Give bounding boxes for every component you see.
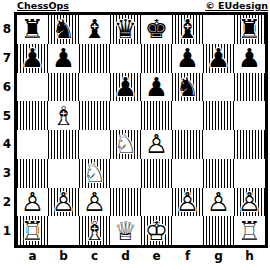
piece-white-pawn-fill: ♟: [172, 188, 203, 217]
square-d7[interactable]: [110, 44, 141, 73]
piece-black-rook: ♜: [234, 15, 265, 44]
piece-white-pawn-fill: ♟: [234, 188, 265, 217]
piece-black-pawn: ♟: [110, 73, 141, 102]
square-f3[interactable]: [172, 159, 203, 188]
piece-white-pawn-fill: ♟: [17, 188, 48, 217]
square-b8[interactable]: ♞: [48, 15, 79, 44]
square-g3[interactable]: [203, 159, 234, 188]
piece-black-pawn: ♟: [141, 73, 172, 102]
square-b5[interactable]: ♝♗: [48, 101, 79, 130]
square-f2[interactable]: ♟♙: [172, 188, 203, 217]
square-g6[interactable]: [203, 73, 234, 102]
rank-label-6: 6: [0, 73, 14, 102]
square-a1[interactable]: ♜♖: [17, 216, 48, 245]
square-e4[interactable]: ♟♙: [141, 130, 172, 159]
file-label-a: a: [17, 249, 48, 263]
credit-link[interactable]: © EUdesign: [205, 0, 268, 11]
square-h1[interactable]: ♜♖: [234, 216, 265, 245]
piece-white-knight-fill: ♞: [110, 130, 141, 159]
square-h4[interactable]: [234, 130, 265, 159]
piece-white-pawn: ♙: [17, 188, 48, 217]
square-c3[interactable]: ♞♘: [79, 159, 110, 188]
square-f4[interactable]: [172, 130, 203, 159]
piece-black-rook: ♜: [17, 15, 48, 44]
square-h7[interactable]: ♟: [234, 44, 265, 73]
square-g5[interactable]: [203, 101, 234, 130]
piece-black-pawn: ♟: [172, 44, 203, 73]
square-d6[interactable]: ♟: [110, 73, 141, 102]
square-a2[interactable]: ♟♙: [17, 188, 48, 217]
square-h3[interactable]: [234, 159, 265, 188]
square-c8[interactable]: ♝: [79, 15, 110, 44]
square-e5[interactable]: [141, 101, 172, 130]
square-d8[interactable]: ♛: [110, 15, 141, 44]
piece-white-queen: ♕: [110, 216, 141, 245]
piece-black-pawn: ♟: [48, 44, 79, 73]
square-e8[interactable]: ♚: [141, 15, 172, 44]
piece-white-knight-fill: ♞: [79, 159, 110, 188]
piece-white-king: ♔: [141, 216, 172, 245]
piece-white-bishop: ♗: [79, 216, 110, 245]
piece-white-pawn-fill: ♟: [203, 188, 234, 217]
piece-black-king: ♚: [141, 15, 172, 44]
square-d2[interactable]: [110, 188, 141, 217]
square-h5[interactable]: [234, 101, 265, 130]
piece-black-bishop: ♝: [79, 15, 110, 44]
piece-black-pawn: ♟: [203, 44, 234, 73]
piece-white-knight: ♘: [110, 130, 141, 159]
square-d5[interactable]: [110, 101, 141, 130]
piece-white-king-fill: ♚: [141, 216, 172, 245]
rank-label-2: 2: [0, 188, 14, 217]
piece-white-pawn: ♙: [234, 188, 265, 217]
square-a3[interactable]: [17, 159, 48, 188]
chess-board: ♜♞♝♛♚♝♜♟♟♟♟♟♟♟♞♝♗♞♘♟♙♞♘♟♙♟♙♟♙♟♙♟♙♟♙♜♖♝♗♛…: [14, 12, 268, 248]
piece-white-pawn: ♙: [48, 188, 79, 217]
piece-white-pawn: ♙: [141, 130, 172, 159]
square-b3[interactable]: [48, 159, 79, 188]
square-e7[interactable]: [141, 44, 172, 73]
square-c7[interactable]: [79, 44, 110, 73]
square-e6[interactable]: ♟: [141, 73, 172, 102]
file-label-d: d: [110, 249, 141, 263]
piece-white-rook-fill: ♜: [17, 216, 48, 245]
file-label-f: f: [172, 249, 203, 263]
piece-white-pawn-fill: ♟: [79, 188, 110, 217]
file-labels: a b c d e f g h: [17, 249, 265, 263]
piece-white-pawn: ♙: [203, 188, 234, 217]
rank-label-8: 8: [0, 15, 14, 44]
square-e3[interactable]: [141, 159, 172, 188]
square-h2[interactable]: ♟♙: [234, 188, 265, 217]
square-a4[interactable]: [17, 130, 48, 159]
rank-label-3: 3: [0, 159, 14, 188]
square-b7[interactable]: ♟: [48, 44, 79, 73]
piece-white-rook: ♖: [17, 216, 48, 245]
file-label-b: b: [48, 249, 79, 263]
piece-black-queen: ♛: [110, 15, 141, 44]
piece-black-knight: ♞: [172, 73, 203, 102]
piece-black-pawn: ♟: [234, 44, 265, 73]
square-e2[interactable]: [141, 188, 172, 217]
square-d1[interactable]: ♛♕: [110, 216, 141, 245]
board-grid: ♜♞♝♛♚♝♜♟♟♟♟♟♟♟♞♝♗♞♘♟♙♞♘♟♙♟♙♟♙♟♙♟♙♟♙♜♖♝♗♛…: [17, 15, 265, 245]
piece-white-pawn-fill: ♟: [48, 188, 79, 217]
piece-white-bishop: ♗: [48, 101, 79, 130]
rank-label-5: 5: [0, 101, 14, 130]
file-label-c: c: [79, 249, 110, 263]
square-f8[interactable]: ♝: [172, 15, 203, 44]
square-g1[interactable]: [203, 216, 234, 245]
rank-label-1: 1: [0, 216, 14, 245]
piece-white-pawn: ♙: [172, 188, 203, 217]
square-b6[interactable]: [48, 73, 79, 102]
rank-label-4: 4: [0, 130, 14, 159]
file-label-e: e: [141, 249, 172, 263]
square-a8[interactable]: ♜: [17, 15, 48, 44]
rank-labels: 8 7 6 5 4 3 2 1: [0, 15, 14, 245]
piece-white-pawn: ♙: [79, 188, 110, 217]
square-b4[interactable]: [48, 130, 79, 159]
app-title-link[interactable]: ChessOps: [17, 0, 69, 11]
square-c2[interactable]: ♟♙: [79, 188, 110, 217]
square-c4[interactable]: [79, 130, 110, 159]
square-f6[interactable]: ♞: [172, 73, 203, 102]
piece-black-bishop: ♝: [172, 15, 203, 44]
chess-app-window: ChessOps © EUdesign 8 7 6 5 4 3 2 1 ♜♞♝♛…: [0, 0, 270, 270]
piece-white-knight: ♘: [79, 159, 110, 188]
piece-black-pawn: ♟: [17, 44, 48, 73]
square-a7[interactable]: ♟: [17, 44, 48, 73]
square-a6[interactable]: [17, 73, 48, 102]
square-c5[interactable]: [79, 101, 110, 130]
square-e1[interactable]: ♚♔: [141, 216, 172, 245]
piece-white-pawn-fill: ♟: [141, 130, 172, 159]
piece-white-bishop-fill: ♝: [79, 216, 110, 245]
file-label-h: h: [234, 249, 265, 263]
piece-white-queen-fill: ♛: [110, 216, 141, 245]
square-g4[interactable]: [203, 130, 234, 159]
square-g2[interactable]: ♟♙: [203, 188, 234, 217]
square-d4[interactable]: ♞♘: [110, 130, 141, 159]
file-label-g: g: [203, 249, 234, 263]
square-f7[interactable]: ♟: [172, 44, 203, 73]
square-c6[interactable]: [79, 73, 110, 102]
square-g8[interactable]: [203, 15, 234, 44]
square-h6[interactable]: [234, 73, 265, 102]
square-b2[interactable]: ♟♙: [48, 188, 79, 217]
piece-black-knight: ♞: [48, 15, 79, 44]
rank-label-7: 7: [0, 44, 14, 73]
piece-white-bishop-fill: ♝: [48, 101, 79, 130]
piece-white-rook-fill: ♜: [234, 216, 265, 245]
square-b1[interactable]: [48, 216, 79, 245]
square-d3[interactable]: [110, 159, 141, 188]
square-h8[interactable]: ♜: [234, 15, 265, 44]
square-f5[interactable]: [172, 101, 203, 130]
piece-white-rook: ♖: [234, 216, 265, 245]
square-a5[interactable]: [17, 101, 48, 130]
square-f1[interactable]: [172, 216, 203, 245]
square-c1[interactable]: ♝♗: [79, 216, 110, 245]
square-g7[interactable]: ♟: [203, 44, 234, 73]
